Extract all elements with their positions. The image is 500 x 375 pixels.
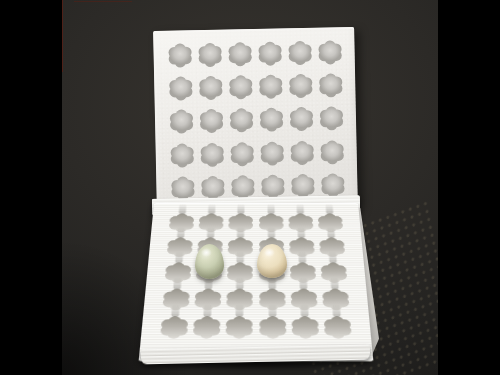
tray-hole-cell <box>288 313 322 342</box>
pale-green-egg <box>195 244 224 279</box>
panel-hole-cell <box>166 105 197 139</box>
panel-hole <box>167 109 195 136</box>
panel-hole <box>257 73 285 100</box>
panel-hole-cell <box>286 136 317 170</box>
panel-hole-cell <box>316 135 347 169</box>
panel-hole <box>257 107 285 134</box>
tray-hole-cell <box>256 313 289 342</box>
panel-hole <box>287 73 315 100</box>
panel-hole <box>198 142 226 169</box>
panel-hole-cell <box>226 137 257 171</box>
panel-hole-cell <box>256 137 287 171</box>
panel-hole-cell <box>286 103 317 137</box>
tray-hole-cell <box>156 313 191 342</box>
panel-hole-cell <box>195 71 226 105</box>
letterbox-left <box>0 0 62 375</box>
foam-base-tray <box>139 203 374 361</box>
panel-hole-cell <box>315 69 346 103</box>
foam-back-panel <box>153 27 358 211</box>
panel-hole-cell <box>256 103 287 137</box>
panel-hole <box>256 40 284 67</box>
panel-hole <box>227 74 255 101</box>
panel-hole <box>227 108 255 135</box>
photo-edge-artifact <box>62 0 63 72</box>
panel-hole <box>197 108 225 135</box>
panel-hole <box>168 142 196 169</box>
tray-hole <box>289 315 321 339</box>
panel-hole-cell <box>164 38 195 72</box>
tray-hole-grid <box>156 211 355 342</box>
panel-hole-cell <box>314 35 345 69</box>
panel-hole-cell <box>316 102 347 136</box>
panel-hole <box>258 140 286 167</box>
panel-hole-cell <box>196 104 227 138</box>
letterbox-right <box>438 0 500 375</box>
tray-hole-cell <box>223 313 256 342</box>
photo-edge-artifact-top <box>74 1 132 2</box>
photo-canvas <box>0 0 500 375</box>
tray-hole <box>157 315 190 339</box>
panel-hole <box>317 72 345 99</box>
panel-hole <box>166 42 194 69</box>
panel-hole-cell <box>166 138 197 172</box>
panel-hole-cell <box>284 36 315 70</box>
panel-hole-grid <box>164 35 347 206</box>
tray-hole <box>257 315 289 339</box>
tray-hole-cell <box>190 313 224 342</box>
panel-hole <box>287 106 315 133</box>
panel-hole-cell <box>194 38 225 72</box>
panel-hole <box>317 106 345 133</box>
panel-hole <box>197 75 225 102</box>
panel-hole-cell <box>285 69 316 103</box>
panel-hole-cell <box>254 36 285 70</box>
studio-photo <box>62 0 438 375</box>
panel-hole <box>226 41 254 68</box>
panel-hole <box>316 39 344 66</box>
tray-hole <box>322 315 355 339</box>
panel-hole-cell <box>224 37 255 71</box>
panel-hole <box>318 139 346 166</box>
panel-hole <box>196 41 224 68</box>
panel-hole-cell <box>196 138 227 172</box>
panel-hole-cell <box>165 72 196 106</box>
panel-hole-cell <box>225 70 256 104</box>
panel-hole <box>286 39 314 66</box>
panel-hole <box>288 140 316 167</box>
panel-hole <box>167 75 195 102</box>
tray-hole <box>224 315 256 339</box>
panel-hole-cell <box>255 70 286 104</box>
panel-hole <box>228 141 256 168</box>
tray-hole-cell <box>321 313 356 342</box>
panel-hole-cell <box>226 104 257 138</box>
tray-hole <box>190 315 222 339</box>
